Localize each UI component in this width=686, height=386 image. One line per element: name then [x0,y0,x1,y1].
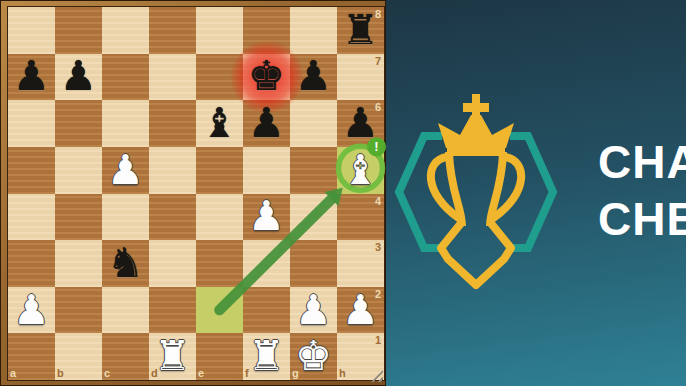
square-b8[interactable] [55,7,102,54]
trophy-icon [431,152,521,285]
board-squares[interactable]: 8♜♟♟♚♟7♝♟6♟♟5♝♟4♞3♟♟2♟abcd♜ef♜g♚1h [8,7,384,380]
coord-file-b: b [57,368,64,379]
coord-file-a: a [10,368,16,379]
square-d4[interactable] [149,194,196,241]
square-a2[interactable]: ♟ [8,287,55,334]
square-f1[interactable]: f♜ [243,333,290,380]
square-b3[interactable] [55,240,102,287]
piece-white-pawn-a2[interactable]: ♟ [8,287,55,334]
square-c2[interactable] [102,287,149,334]
square-f6[interactable]: ♟ [243,100,290,147]
square-c3[interactable]: ♞ [102,240,149,287]
square-g6[interactable] [290,100,337,147]
brand-text-line2: CHE [598,196,686,242]
coord-file-e: e [198,368,204,379]
square-e1[interactable]: e [196,333,243,380]
coord-file-c: c [104,368,110,379]
square-b1[interactable]: b [55,333,102,380]
square-d6[interactable] [149,100,196,147]
square-b5[interactable] [55,147,102,194]
square-a7[interactable]: ♟ [8,54,55,101]
square-g1[interactable]: g♚ [290,333,337,380]
square-f3[interactable] [243,240,290,287]
piece-white-rook-d1[interactable]: ♜ [149,333,196,380]
square-b7[interactable]: ♟ [55,54,102,101]
square-g4[interactable] [290,194,337,241]
square-e5[interactable] [196,147,243,194]
square-h4[interactable]: 4 [337,194,384,241]
square-d3[interactable] [149,240,196,287]
coord-rank-4: 4 [375,196,381,207]
square-c8[interactable] [102,7,149,54]
square-d8[interactable] [149,7,196,54]
coord-rank-3: 3 [375,242,381,253]
piece-black-king-f7[interactable]: ♚ [243,54,290,101]
square-h3[interactable]: 3 [337,240,384,287]
square-c7[interactable] [102,54,149,101]
piece-white-bishop-h5[interactable]: ♝ [337,147,384,194]
square-g5[interactable] [290,147,337,194]
piece-black-pawn-g7[interactable]: ♟ [290,54,337,101]
square-g8[interactable] [290,7,337,54]
square-g3[interactable] [290,240,337,287]
piece-black-pawn-a7[interactable]: ♟ [8,54,55,101]
square-f5[interactable] [243,147,290,194]
piece-white-king-g1[interactable]: ♚ [290,333,337,380]
piece-white-pawn-h2[interactable]: ♟ [337,287,384,334]
square-e2[interactable] [196,287,243,334]
piece-white-pawn-g2[interactable]: ♟ [290,287,337,334]
brand-panel: CHA CHE [386,0,686,386]
square-c1[interactable]: c [102,333,149,380]
square-d2[interactable] [149,287,196,334]
square-b2[interactable] [55,287,102,334]
crown-icon [438,94,514,148]
piece-black-rook-h8[interactable]: ♜ [337,7,384,54]
square-e8[interactable] [196,7,243,54]
square-h8[interactable]: 8♜ [337,7,384,54]
square-a3[interactable] [8,240,55,287]
square-f7[interactable]: ♚ [243,54,290,101]
square-f4[interactable]: ♟ [243,194,290,241]
piece-black-knight-c3[interactable]: ♞ [102,240,149,287]
brand-text-line1: CHA [598,139,686,185]
coord-rank-1: 1 [375,335,381,346]
square-h5[interactable]: 5♝ [337,147,384,194]
coord-rank-7: 7 [375,56,381,67]
square-a4[interactable] [8,194,55,241]
square-a5[interactable] [8,147,55,194]
piece-black-pawn-h6[interactable]: ♟ [337,100,384,147]
square-a6[interactable] [8,100,55,147]
square-b4[interactable] [55,194,102,241]
square-c6[interactable] [102,100,149,147]
square-h6[interactable]: 6♟ [337,100,384,147]
square-h1[interactable]: 1h [337,333,384,380]
square-f2[interactable] [243,287,290,334]
piece-black-pawn-b7[interactable]: ♟ [55,54,102,101]
square-e4[interactable] [196,194,243,241]
square-d7[interactable] [149,54,196,101]
square-e6[interactable]: ♝ [196,100,243,147]
piece-white-pawn-c5[interactable]: ♟ [102,147,149,194]
square-d5[interactable] [149,147,196,194]
screenshot: 8♜♟♟♚♟7♝♟6♟♟5♝♟4♞3♟♟2♟abcd♜ef♜g♚1h ! [0,0,686,386]
piece-white-rook-f1[interactable]: ♜ [243,333,290,380]
coord-file-h: h [339,368,346,379]
square-e3[interactable] [196,240,243,287]
chess-board[interactable]: 8♜♟♟♚♟7♝♟6♟♟5♝♟4♞3♟♟2♟abcd♜ef♜g♚1h ! [0,0,386,386]
square-b6[interactable] [55,100,102,147]
square-g2[interactable]: ♟ [290,287,337,334]
square-d1[interactable]: d♜ [149,333,196,380]
piece-black-pawn-f6[interactable]: ♟ [243,100,290,147]
piece-black-bishop-e6[interactable]: ♝ [196,100,243,147]
square-h7[interactable]: 7 [337,54,384,101]
square-a1[interactable]: a [8,333,55,380]
square-g7[interactable]: ♟ [290,54,337,101]
square-a8[interactable] [8,7,55,54]
square-c5[interactable]: ♟ [102,147,149,194]
square-c4[interactable] [102,194,149,241]
piece-white-pawn-f4[interactable]: ♟ [243,194,290,241]
square-h2[interactable]: 2♟ [337,287,384,334]
